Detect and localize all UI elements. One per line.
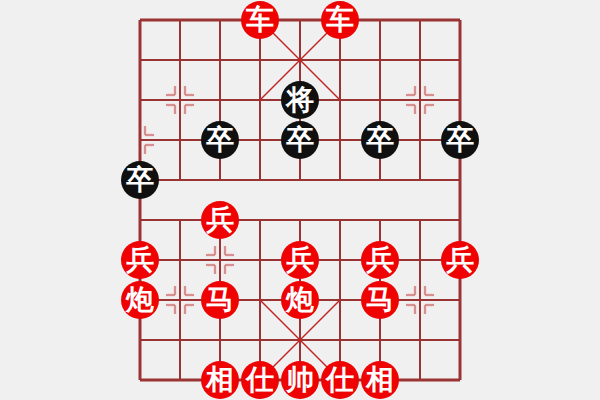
board-point-2-5[interactable]: 兵 <box>200 200 240 240</box>
board-point-2-1[interactable] <box>200 40 240 80</box>
board-point-4-9[interactable]: 帅 <box>280 360 320 400</box>
piece-red-soldier[interactable]: 兵 <box>361 241 399 279</box>
board-point-2-2[interactable] <box>200 80 240 120</box>
board-point-1-9[interactable] <box>160 360 200 400</box>
board-point-5-6[interactable] <box>320 240 360 280</box>
board-point-8-5[interactable] <box>440 200 480 240</box>
board-point-4-2[interactable]: 将 <box>280 80 320 120</box>
board-point-2-0[interactable] <box>200 0 240 40</box>
board-point-0-8[interactable] <box>120 320 160 360</box>
board-point-1-3[interactable] <box>160 120 200 160</box>
piece-red-advisor[interactable]: 仕 <box>321 361 359 399</box>
board-point-0-7[interactable]: 炮 <box>120 280 160 320</box>
piece-red-soldier[interactable]: 兵 <box>281 241 319 279</box>
board-point-6-5[interactable] <box>360 200 400 240</box>
board-point-3-6[interactable] <box>240 240 280 280</box>
board-point-8-9[interactable] <box>440 360 480 400</box>
board-point-8-7[interactable] <box>440 280 480 320</box>
board-point-8-3[interactable]: 卒 <box>440 120 480 160</box>
board-point-1-5[interactable] <box>160 200 200 240</box>
board-point-1-8[interactable] <box>160 320 200 360</box>
board-point-5-2[interactable] <box>320 80 360 120</box>
board-point-6-2[interactable] <box>360 80 400 120</box>
board-point-6-8[interactable] <box>360 320 400 360</box>
board-point-4-8[interactable] <box>280 320 320 360</box>
board-point-7-4[interactable] <box>400 160 440 200</box>
board-point-0-0[interactable] <box>120 0 160 40</box>
board-point-7-1[interactable] <box>400 40 440 80</box>
board-point-1-6[interactable] <box>160 240 200 280</box>
piece-red-chariot[interactable]: 车 <box>321 1 359 39</box>
board-point-0-6[interactable]: 兵 <box>120 240 160 280</box>
board-point-5-8[interactable] <box>320 320 360 360</box>
board-point-5-5[interactable] <box>320 200 360 240</box>
board-point-8-8[interactable] <box>440 320 480 360</box>
board-point-7-8[interactable] <box>400 320 440 360</box>
board-point-5-4[interactable] <box>320 160 360 200</box>
board-point-4-1[interactable] <box>280 40 320 80</box>
board-point-7-3[interactable] <box>400 120 440 160</box>
board-point-4-4[interactable] <box>280 160 320 200</box>
board-point-2-6[interactable] <box>200 240 240 280</box>
board-point-8-2[interactable] <box>440 80 480 120</box>
board-point-7-5[interactable] <box>400 200 440 240</box>
board-point-7-0[interactable] <box>400 0 440 40</box>
board-point-8-4[interactable] <box>440 160 480 200</box>
board-point-0-3[interactable] <box>120 120 160 160</box>
piece-red-horse[interactable]: 马 <box>361 281 399 319</box>
piece-red-cannon[interactable]: 炮 <box>121 281 159 319</box>
board-point-6-4[interactable] <box>360 160 400 200</box>
board-point-1-7[interactable] <box>160 280 200 320</box>
board-point-2-9[interactable]: 相 <box>200 360 240 400</box>
board-point-1-4[interactable] <box>160 160 200 200</box>
board-point-5-1[interactable] <box>320 40 360 80</box>
board-point-4-5[interactable] <box>280 200 320 240</box>
piece-red-general[interactable]: 帅 <box>281 361 319 399</box>
piece-red-chariot[interactable]: 车 <box>241 1 279 39</box>
board-point-2-8[interactable] <box>200 320 240 360</box>
board-point-8-6[interactable]: 兵 <box>440 240 480 280</box>
board-point-4-6[interactable]: 兵 <box>280 240 320 280</box>
board-point-6-7[interactable]: 马 <box>360 280 400 320</box>
board-point-0-4[interactable]: 卒 <box>120 160 160 200</box>
board-point-3-8[interactable] <box>240 320 280 360</box>
xiangqi-diagram: 车车将卒卒卒卒卒兵兵兵兵兵炮马炮马相仕帅仕相 <box>0 0 600 400</box>
board-point-3-4[interactable] <box>240 160 280 200</box>
board-point-5-3[interactable] <box>320 120 360 160</box>
board-point-0-1[interactable] <box>120 40 160 80</box>
piece-black-soldier[interactable]: 卒 <box>281 121 319 159</box>
board-point-3-7[interactable] <box>240 280 280 320</box>
board-point-4-0[interactable] <box>280 0 320 40</box>
board-point-7-6[interactable] <box>400 240 440 280</box>
piece-black-soldier[interactable]: 卒 <box>201 121 239 159</box>
board-point-7-7[interactable] <box>400 280 440 320</box>
board-point-1-0[interactable] <box>160 0 200 40</box>
piece-black-soldier[interactable]: 卒 <box>361 121 399 159</box>
board-point-0-9[interactable] <box>120 360 160 400</box>
board-point-3-5[interactable] <box>240 200 280 240</box>
board-point-6-9[interactable]: 相 <box>360 360 400 400</box>
board-point-0-2[interactable] <box>120 80 160 120</box>
board-point-6-6[interactable]: 兵 <box>360 240 400 280</box>
board-point-3-2[interactable] <box>240 80 280 120</box>
board-point-0-5[interactable] <box>120 200 160 240</box>
board-point-3-1[interactable] <box>240 40 280 80</box>
piece-red-elephant[interactable]: 相 <box>361 361 399 399</box>
board-point-3-9[interactable]: 仕 <box>240 360 280 400</box>
piece-red-soldier[interactable]: 兵 <box>201 201 239 239</box>
board-point-2-3[interactable]: 卒 <box>200 120 240 160</box>
board-point-8-1[interactable] <box>440 40 480 80</box>
board-point-4-7[interactable]: 炮 <box>280 280 320 320</box>
board-point-6-3[interactable]: 卒 <box>360 120 400 160</box>
board-point-5-7[interactable] <box>320 280 360 320</box>
board-point-8-0[interactable] <box>440 0 480 40</box>
board-point-7-2[interactable] <box>400 80 440 120</box>
board-point-4-3[interactable]: 卒 <box>280 120 320 160</box>
board-point-5-0[interactable]: 车 <box>320 0 360 40</box>
piece-red-horse[interactable]: 马 <box>201 281 239 319</box>
piece-red-advisor[interactable]: 仕 <box>241 361 279 399</box>
piece-red-cannon[interactable]: 炮 <box>281 281 319 319</box>
board-point-1-2[interactable] <box>160 80 200 120</box>
board-point-5-9[interactable]: 仕 <box>320 360 360 400</box>
board-point-6-1[interactable] <box>360 40 400 80</box>
piece-black-general[interactable]: 将 <box>281 81 319 119</box>
board-point-2-4[interactable] <box>200 160 240 200</box>
piece-red-soldier[interactable]: 兵 <box>121 241 159 279</box>
board-point-6-0[interactable] <box>360 0 400 40</box>
piece-black-soldier[interactable]: 卒 <box>441 121 479 159</box>
piece-red-elephant[interactable]: 相 <box>201 361 239 399</box>
piece-black-soldier[interactable]: 卒 <box>121 161 159 199</box>
board-point-1-1[interactable] <box>160 40 200 80</box>
board-point-2-7[interactable]: 马 <box>200 280 240 320</box>
board-point-3-3[interactable] <box>240 120 280 160</box>
xiangqi-board: 车车将卒卒卒卒卒兵兵兵兵兵炮马炮马相仕帅仕相 <box>120 0 480 400</box>
board-point-7-9[interactable] <box>400 360 440 400</box>
piece-red-soldier[interactable]: 兵 <box>441 241 479 279</box>
board-point-3-0[interactable]: 车 <box>240 0 280 40</box>
